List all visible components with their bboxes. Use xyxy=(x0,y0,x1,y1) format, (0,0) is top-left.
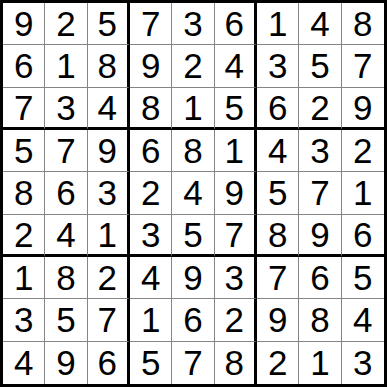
sudoku-cell-r8c5[interactable]: 6 xyxy=(172,299,214,341)
sudoku-cell-r7c3[interactable]: 2 xyxy=(88,257,130,299)
sudoku-cell-r6c1[interactable]: 2 xyxy=(3,215,45,257)
sudoku-cell-r3c9[interactable]: 9 xyxy=(342,88,384,130)
sudoku-cell-r1c5[interactable]: 3 xyxy=(172,3,214,45)
sudoku-cell-r9c5[interactable]: 7 xyxy=(172,342,214,384)
sudoku-cell-r2c3[interactable]: 8 xyxy=(88,45,130,87)
sudoku-cell-r2c2[interactable]: 1 xyxy=(45,45,87,87)
sudoku-cell-r6c9[interactable]: 6 xyxy=(342,215,384,257)
sudoku-cell-r9c9[interactable]: 3 xyxy=(342,342,384,384)
sudoku-cell-r5c8[interactable]: 7 xyxy=(299,172,341,214)
sudoku-cell-r9c6[interactable]: 8 xyxy=(215,342,257,384)
sudoku-cell-r1c2[interactable]: 2 xyxy=(45,3,87,45)
sudoku-cell-r6c7[interactable]: 8 xyxy=(257,215,299,257)
sudoku-board: 9257361486189243577348156295796814328632… xyxy=(0,0,387,387)
sudoku-cell-r9c2[interactable]: 9 xyxy=(45,342,87,384)
sudoku-cell-r1c9[interactable]: 8 xyxy=(342,3,384,45)
sudoku-cell-r2c9[interactable]: 7 xyxy=(342,45,384,87)
sudoku-cell-r9c8[interactable]: 1 xyxy=(299,342,341,384)
sudoku-cell-r4c4[interactable]: 6 xyxy=(130,130,172,172)
sudoku-cell-r7c9[interactable]: 5 xyxy=(342,257,384,299)
sudoku-cell-r7c4[interactable]: 4 xyxy=(130,257,172,299)
sudoku-cell-r4c5[interactable]: 8 xyxy=(172,130,214,172)
sudoku-cell-r8c6[interactable]: 2 xyxy=(215,299,257,341)
sudoku-cell-r8c2[interactable]: 5 xyxy=(45,299,87,341)
sudoku-cell-r8c8[interactable]: 8 xyxy=(299,299,341,341)
sudoku-cell-r9c7[interactable]: 2 xyxy=(257,342,299,384)
sudoku-cell-r8c7[interactable]: 9 xyxy=(257,299,299,341)
sudoku-cell-r5c9[interactable]: 1 xyxy=(342,172,384,214)
sudoku-cell-r3c4[interactable]: 8 xyxy=(130,88,172,130)
sudoku-cell-r5c3[interactable]: 3 xyxy=(88,172,130,214)
sudoku-cell-r5c4[interactable]: 2 xyxy=(130,172,172,214)
sudoku-cell-r1c7[interactable]: 1 xyxy=(257,3,299,45)
sudoku-cell-r3c7[interactable]: 6 xyxy=(257,88,299,130)
sudoku-cell-r5c7[interactable]: 5 xyxy=(257,172,299,214)
sudoku-cell-r4c1[interactable]: 5 xyxy=(3,130,45,172)
sudoku-cell-r4c7[interactable]: 4 xyxy=(257,130,299,172)
sudoku-cell-r2c7[interactable]: 3 xyxy=(257,45,299,87)
sudoku-cell-r4c6[interactable]: 1 xyxy=(215,130,257,172)
sudoku-cell-r3c5[interactable]: 1 xyxy=(172,88,214,130)
sudoku-cell-r2c8[interactable]: 5 xyxy=(299,45,341,87)
sudoku-cell-r3c6[interactable]: 5 xyxy=(215,88,257,130)
sudoku-cell-r3c1[interactable]: 7 xyxy=(3,88,45,130)
sudoku-cell-r5c1[interactable]: 8 xyxy=(3,172,45,214)
sudoku-cell-r1c3[interactable]: 5 xyxy=(88,3,130,45)
sudoku-cell-r4c9[interactable]: 2 xyxy=(342,130,384,172)
sudoku-cell-r4c8[interactable]: 3 xyxy=(299,130,341,172)
sudoku-cell-r2c6[interactable]: 4 xyxy=(215,45,257,87)
sudoku-cell-r7c5[interactable]: 9 xyxy=(172,257,214,299)
sudoku-cell-r1c4[interactable]: 7 xyxy=(130,3,172,45)
sudoku-cell-r6c6[interactable]: 7 xyxy=(215,215,257,257)
sudoku-cell-r6c3[interactable]: 1 xyxy=(88,215,130,257)
sudoku-cell-r3c3[interactable]: 4 xyxy=(88,88,130,130)
sudoku-cell-r6c4[interactable]: 3 xyxy=(130,215,172,257)
sudoku-cell-r7c7[interactable]: 7 xyxy=(257,257,299,299)
sudoku-cell-r8c3[interactable]: 7 xyxy=(88,299,130,341)
sudoku-cell-r2c4[interactable]: 9 xyxy=(130,45,172,87)
sudoku-cell-r9c1[interactable]: 4 xyxy=(3,342,45,384)
sudoku-cell-r1c1[interactable]: 9 xyxy=(3,3,45,45)
sudoku-cell-r8c4[interactable]: 1 xyxy=(130,299,172,341)
sudoku-cell-r9c3[interactable]: 6 xyxy=(88,342,130,384)
sudoku-cell-r2c5[interactable]: 2 xyxy=(172,45,214,87)
sudoku-cell-r7c6[interactable]: 3 xyxy=(215,257,257,299)
sudoku-cell-r5c5[interactable]: 4 xyxy=(172,172,214,214)
sudoku-cell-r6c5[interactable]: 5 xyxy=(172,215,214,257)
sudoku-cell-r4c2[interactable]: 7 xyxy=(45,130,87,172)
sudoku-cell-r2c1[interactable]: 6 xyxy=(3,45,45,87)
sudoku-cell-r8c1[interactable]: 3 xyxy=(3,299,45,341)
sudoku-cell-r1c6[interactable]: 6 xyxy=(215,3,257,45)
sudoku-cell-r6c8[interactable]: 9 xyxy=(299,215,341,257)
sudoku-cell-r5c2[interactable]: 6 xyxy=(45,172,87,214)
sudoku-cell-r4c3[interactable]: 9 xyxy=(88,130,130,172)
sudoku-cell-r7c1[interactable]: 1 xyxy=(3,257,45,299)
sudoku-cell-r8c9[interactable]: 4 xyxy=(342,299,384,341)
sudoku-cell-r7c8[interactable]: 6 xyxy=(299,257,341,299)
sudoku-cell-r3c2[interactable]: 3 xyxy=(45,88,87,130)
sudoku-cell-r5c6[interactable]: 9 xyxy=(215,172,257,214)
sudoku-cell-r9c4[interactable]: 5 xyxy=(130,342,172,384)
sudoku-cell-r3c8[interactable]: 2 xyxy=(299,88,341,130)
sudoku-cell-r1c8[interactable]: 4 xyxy=(299,3,341,45)
sudoku-cell-r7c2[interactable]: 8 xyxy=(45,257,87,299)
sudoku-cell-r6c2[interactable]: 4 xyxy=(45,215,87,257)
